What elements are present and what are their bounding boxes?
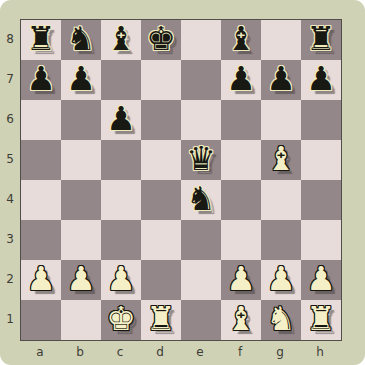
square-g3[interactable] — [261, 220, 301, 260]
square-d6[interactable] — [141, 100, 181, 140]
piece-black-p-c6[interactable]: ♟ — [106, 99, 136, 139]
square-a7[interactable]: ♟ — [21, 60, 61, 100]
square-b6[interactable] — [61, 100, 101, 140]
rank-label-6: 6 — [0, 99, 20, 139]
piece-white-p-a2[interactable]: ♟ — [26, 259, 56, 299]
square-a8[interactable]: ♜ — [21, 20, 61, 60]
square-f4[interactable] — [221, 180, 261, 220]
square-a3[interactable] — [21, 220, 61, 260]
file-label-f: f — [220, 341, 260, 363]
square-c7[interactable] — [101, 60, 141, 100]
rank-label-8: 8 — [0, 19, 20, 59]
piece-black-b-f8[interactable]: ♝ — [226, 19, 256, 59]
piece-black-q-e5[interactable]: ♛ — [186, 139, 216, 179]
square-h1[interactable]: ♜ — [301, 300, 341, 340]
square-c3[interactable] — [101, 220, 141, 260]
square-e4[interactable]: ♞ — [181, 180, 221, 220]
square-f2[interactable]: ♟ — [221, 260, 261, 300]
square-h6[interactable] — [301, 100, 341, 140]
square-h5[interactable] — [301, 140, 341, 180]
square-b2[interactable]: ♟ — [61, 260, 101, 300]
square-h2[interactable]: ♟ — [301, 260, 341, 300]
square-f8[interactable]: ♝ — [221, 20, 261, 60]
piece-black-b-c8[interactable]: ♝ — [106, 19, 136, 59]
square-d3[interactable] — [141, 220, 181, 260]
piece-black-p-h7[interactable]: ♟ — [306, 59, 336, 99]
square-d4[interactable] — [141, 180, 181, 220]
rank-label-7: 7 — [0, 59, 20, 99]
square-a2[interactable]: ♟ — [21, 260, 61, 300]
piece-black-n-e4[interactable]: ♞ — [186, 179, 216, 219]
rank-labels: 87654321 — [0, 19, 20, 341]
piece-black-k-d8[interactable]: ♚ — [146, 19, 176, 59]
square-e3[interactable] — [181, 220, 221, 260]
rank-label-2: 2 — [0, 259, 20, 299]
square-d8[interactable]: ♚ — [141, 20, 181, 60]
square-a5[interactable] — [21, 140, 61, 180]
square-h4[interactable] — [301, 180, 341, 220]
square-b3[interactable] — [61, 220, 101, 260]
square-g5[interactable]: ♝ — [261, 140, 301, 180]
chess-board: ♜♞♝♚♝♜♟♟♟♟♟♟♛♝♞♟♟♟♟♟♟♚♜♝♞♜ — [20, 19, 342, 341]
square-a6[interactable] — [21, 100, 61, 140]
square-b5[interactable] — [61, 140, 101, 180]
square-g8[interactable] — [261, 20, 301, 60]
file-label-c: c — [100, 341, 140, 363]
rank-label-5: 5 — [0, 139, 20, 179]
file-label-h: h — [300, 341, 340, 363]
square-c5[interactable] — [101, 140, 141, 180]
square-d2[interactable] — [141, 260, 181, 300]
file-label-g: g — [260, 341, 300, 363]
square-f1[interactable]: ♝ — [221, 300, 261, 340]
square-b7[interactable]: ♟ — [61, 60, 101, 100]
piece-black-r-a8[interactable]: ♜ — [26, 19, 56, 59]
piece-white-b-g5[interactable]: ♝ — [266, 139, 296, 179]
piece-black-r-h8[interactable]: ♜ — [306, 19, 336, 59]
piece-white-r-d1[interactable]: ♜ — [146, 299, 176, 339]
square-c2[interactable]: ♟ — [101, 260, 141, 300]
square-h7[interactable]: ♟ — [301, 60, 341, 100]
square-e1[interactable] — [181, 300, 221, 340]
rank-label-4: 4 — [0, 179, 20, 219]
piece-white-n-g1[interactable]: ♞ — [266, 299, 296, 339]
square-g1[interactable]: ♞ — [261, 300, 301, 340]
square-h8[interactable]: ♜ — [301, 20, 341, 60]
square-g6[interactable] — [261, 100, 301, 140]
square-f7[interactable]: ♟ — [221, 60, 261, 100]
square-b4[interactable] — [61, 180, 101, 220]
square-a1[interactable] — [21, 300, 61, 340]
piece-white-k-c1[interactable]: ♚ — [106, 299, 136, 339]
square-g7[interactable]: ♟ — [261, 60, 301, 100]
piece-black-p-f7[interactable]: ♟ — [226, 59, 256, 99]
board-panel: 87654321 ♜♞♝♚♝♜♟♟♟♟♟♟♛♝♞♟♟♟♟♟♟♚♜♝♞♜ abcd… — [0, 0, 365, 365]
square-c1[interactable]: ♚ — [101, 300, 141, 340]
square-b1[interactable] — [61, 300, 101, 340]
rank-label-3: 3 — [0, 219, 20, 259]
square-c6[interactable]: ♟ — [101, 100, 141, 140]
piece-black-p-b7[interactable]: ♟ — [66, 59, 96, 99]
square-f5[interactable] — [221, 140, 261, 180]
square-f6[interactable] — [221, 100, 261, 140]
square-g2[interactable]: ♟ — [261, 260, 301, 300]
square-h3[interactable] — [301, 220, 341, 260]
square-e7[interactable] — [181, 60, 221, 100]
square-g4[interactable] — [261, 180, 301, 220]
file-label-d: d — [140, 341, 180, 363]
piece-white-b-f1[interactable]: ♝ — [226, 299, 256, 339]
piece-white-p-f2[interactable]: ♟ — [226, 259, 256, 299]
piece-white-p-c2[interactable]: ♟ — [106, 259, 136, 299]
piece-black-p-g7[interactable]: ♟ — [266, 59, 296, 99]
piece-white-r-h1[interactable]: ♜ — [306, 299, 336, 339]
piece-black-p-a7[interactable]: ♟ — [26, 59, 56, 99]
square-a4[interactable] — [21, 180, 61, 220]
square-d7[interactable] — [141, 60, 181, 100]
piece-white-p-b2[interactable]: ♟ — [66, 259, 96, 299]
square-e6[interactable] — [181, 100, 221, 140]
square-d5[interactable] — [141, 140, 181, 180]
square-b8[interactable]: ♞ — [61, 20, 101, 60]
piece-white-p-g2[interactable]: ♟ — [266, 259, 296, 299]
square-d1[interactable]: ♜ — [141, 300, 181, 340]
piece-black-n-b8[interactable]: ♞ — [66, 19, 96, 59]
square-e5[interactable]: ♛ — [181, 140, 221, 180]
square-c8[interactable]: ♝ — [101, 20, 141, 60]
file-label-b: b — [60, 341, 100, 363]
piece-white-p-h2[interactable]: ♟ — [306, 259, 336, 299]
file-labels: abcdefgh — [20, 341, 342, 363]
square-c4[interactable] — [101, 180, 141, 220]
square-f3[interactable] — [221, 220, 261, 260]
file-label-e: e — [180, 341, 220, 363]
square-e2[interactable] — [181, 260, 221, 300]
square-e8[interactable] — [181, 20, 221, 60]
file-label-a: a — [20, 341, 60, 363]
rank-label-1: 1 — [0, 299, 20, 339]
